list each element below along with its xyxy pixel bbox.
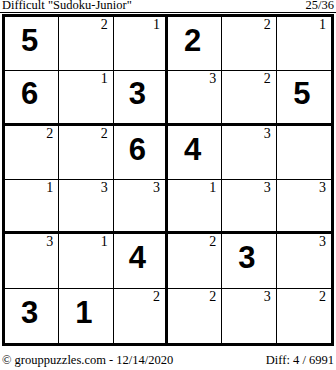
footer: © grouppuzzles.com - 12/14/2020 Diff: 4 … (2, 354, 334, 367)
cell-r1c1[interactable]: 5 (5, 17, 59, 71)
corner-mark: 3 (319, 235, 326, 249)
cell-r4c2[interactable]: 3 (59, 180, 113, 234)
cell-r1c6[interactable]: 1 (277, 17, 331, 71)
given-digit: 5 (5, 17, 58, 70)
cell-r1c4[interactable]: 2 (168, 17, 222, 71)
given-digit: 3 (114, 71, 165, 122)
cell-r2c1[interactable]: 6 (5, 71, 59, 125)
cell-r4c6[interactable]: 3 (277, 180, 331, 234)
board-grid: 52122161332522643133133314233312232 (2, 14, 334, 346)
cell-r3c3[interactable]: 6 (114, 126, 168, 180)
cell-r3c2[interactable]: 2 (59, 126, 113, 180)
corner-mark: 3 (46, 235, 53, 249)
cell-r2c6[interactable]: 5 (277, 71, 331, 125)
corner-mark: 3 (264, 290, 271, 304)
cell-r4c3[interactable]: 3 (114, 180, 168, 234)
cell-r3c5[interactable]: 3 (222, 126, 276, 180)
given-digit: 3 (5, 289, 58, 343)
given-digit: 5 (277, 71, 331, 122)
given-digit: 4 (114, 234, 165, 287)
corner-mark: 3 (209, 72, 216, 86)
cell-r4c1[interactable]: 1 (5, 180, 59, 234)
corner-mark: 1 (209, 181, 216, 195)
cell-counter: 25/36 (306, 0, 334, 12)
cell-r2c2[interactable]: 1 (59, 71, 113, 125)
difficulty-text: Diff: 4 / 6991 (266, 354, 334, 367)
cell-r6c3[interactable]: 2 (114, 289, 168, 343)
cell-r5c5[interactable]: 3 (222, 234, 276, 288)
cell-r2c3[interactable]: 3 (114, 71, 168, 125)
cell-r2c5[interactable]: 2 (222, 71, 276, 125)
cell-r5c6[interactable]: 3 (277, 234, 331, 288)
corner-mark: 2 (153, 290, 160, 304)
corner-mark: 3 (264, 181, 271, 195)
cell-r6c5[interactable]: 3 (222, 289, 276, 343)
page-title: Difficult "Sudoku-Junior" (2, 0, 132, 12)
corner-mark: 1 (101, 72, 108, 86)
corner-mark: 1 (153, 18, 160, 32)
cell-r3c4[interactable]: 4 (168, 126, 222, 180)
corner-mark: 2 (264, 72, 271, 86)
cell-r5c1[interactable]: 3 (5, 234, 59, 288)
corner-mark: 1 (101, 235, 108, 249)
cell-r4c5[interactable]: 3 (222, 180, 276, 234)
cell-r6c4[interactable]: 2 (168, 289, 222, 343)
cell-r1c2[interactable]: 2 (59, 17, 113, 71)
corner-mark: 1 (46, 181, 53, 195)
header: Difficult "Sudoku-Junior" 25/36 (0, 0, 336, 13)
corner-mark: 3 (264, 127, 271, 141)
copyright-text: © grouppuzzles.com - 12/14/2020 (2, 354, 173, 367)
corner-mark: 2 (209, 290, 216, 304)
corner-mark: 3 (101, 181, 108, 195)
corner-mark: 2 (319, 290, 326, 304)
cell-r6c2[interactable]: 1 (59, 289, 113, 343)
cell-r3c6[interactable] (277, 126, 331, 180)
corner-mark: 2 (209, 235, 216, 249)
corner-mark: 1 (319, 18, 326, 32)
corner-mark: 2 (46, 127, 53, 141)
given-digit: 3 (222, 234, 275, 287)
cell-r3c1[interactable]: 2 (5, 126, 59, 180)
given-digit: 2 (168, 17, 221, 70)
cell-r5c2[interactable]: 1 (59, 234, 113, 288)
cell-r2c4[interactable]: 3 (168, 71, 222, 125)
corner-mark: 2 (264, 18, 271, 32)
corner-mark: 2 (101, 127, 108, 141)
cell-r1c3[interactable]: 1 (114, 17, 168, 71)
corner-mark: 2 (101, 18, 108, 32)
given-digit: 6 (114, 126, 165, 179)
cell-r4c4[interactable]: 1 (168, 180, 222, 234)
given-digit: 1 (59, 289, 112, 343)
given-digit: 4 (168, 126, 221, 179)
cell-r1c5[interactable]: 2 (222, 17, 276, 71)
cell-r6c1[interactable]: 3 (5, 289, 59, 343)
cell-r5c4[interactable]: 2 (168, 234, 222, 288)
puzzle-page: Difficult "Sudoku-Junior" 25/36 52122161… (0, 0, 336, 370)
cell-r5c3[interactable]: 4 (114, 234, 168, 288)
cell-r6c6[interactable]: 2 (277, 289, 331, 343)
corner-mark: 3 (319, 181, 326, 195)
corner-mark: 3 (153, 181, 160, 195)
given-digit: 6 (5, 71, 58, 122)
